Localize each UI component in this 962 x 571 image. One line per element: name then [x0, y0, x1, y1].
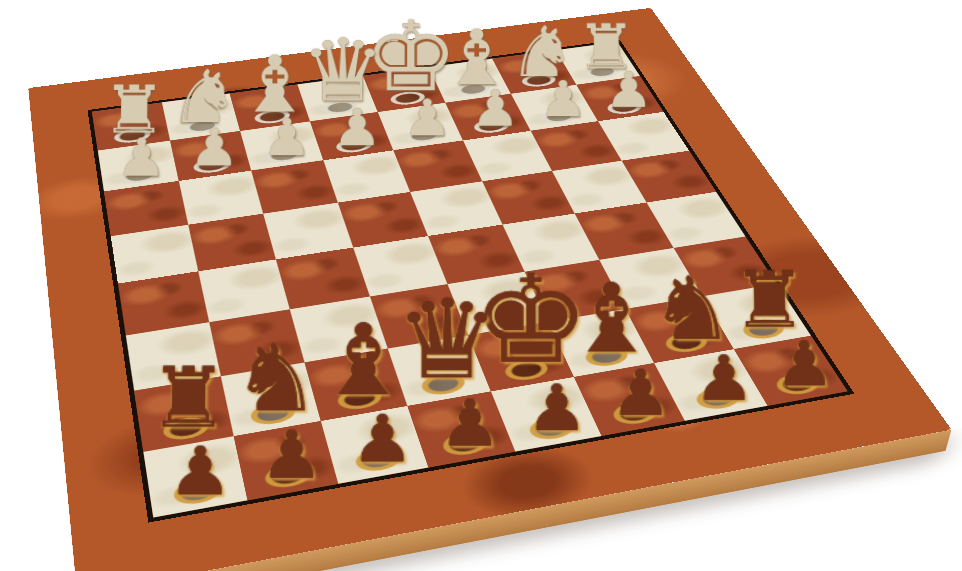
- square-b1: ♟: [233, 421, 338, 501]
- gold-rook-glyph: ♜: [732, 261, 808, 339]
- square-d1: ♟: [407, 391, 516, 468]
- silver-pawn-glyph: ♟: [261, 112, 311, 163]
- gold-pawn-glyph: ♟: [439, 391, 502, 456]
- gold-pawn-glyph: ♟: [774, 333, 835, 395]
- gold-pawn-glyph: ♟: [167, 438, 232, 505]
- square-a1: ♟: [143, 436, 246, 518]
- gold-bishop-glyph: ♝: [315, 311, 411, 410]
- board-frame-burl: ♜♞♝♛♚♝♞♜♟♟♟♟♟♟♟♟♜♞♝♛♚♝♞♜♟♟♟♟♟♟♟♟: [28, 8, 951, 571]
- square-c5: [263, 202, 353, 259]
- chess-board: ♜♞♝♛♚♝♞♜♟♟♟♟♟♟♟♟♜♞♝♛♚♝♞♜♟♟♟♟♟♟♟♟: [28, 8, 951, 571]
- silver-pawn-glyph: ♟: [189, 122, 240, 174]
- silver-pawn-glyph: ♟: [471, 83, 520, 133]
- silver-pawn-glyph: ♟: [333, 102, 383, 153]
- gold-pawn-glyph: ♟: [260, 422, 324, 488]
- board-squares: ♜♞♝♛♚♝♞♜♟♟♟♟♟♟♟♟♜♞♝♛♚♝♞♜♟♟♟♟♟♟♟♟: [88, 40, 855, 523]
- gold-knight-glyph: ♞: [649, 265, 735, 353]
- square-h4: [646, 192, 745, 248]
- gold-rook-glyph: ♜: [147, 356, 229, 440]
- square-c1: ♟: [321, 406, 428, 484]
- gold-pawn-glyph: ♟: [693, 347, 754, 410]
- gold-knight-glyph: ♞: [231, 332, 321, 424]
- square-c6: [251, 160, 337, 213]
- square-b7: ♟: [170, 131, 252, 181]
- silver-pawn-glyph: ♟: [115, 131, 166, 183]
- square-b6: [178, 171, 263, 225]
- gold-pawn-glyph: ♟: [526, 376, 588, 440]
- silver-pawn-glyph: ♟: [539, 74, 588, 124]
- square-a5: [111, 225, 198, 284]
- silver-pawn-glyph: ♟: [402, 93, 451, 143]
- product-photo-chess-set: ♜♞♝♛♚♝♞♜♟♟♟♟♟♟♟♟♜♞♝♛♚♝♞♜♟♟♟♟♟♟♟♟: [0, 0, 962, 571]
- silver-pawn-glyph: ♟: [605, 65, 653, 114]
- gold-pawn-glyph: ♟: [350, 406, 413, 472]
- gold-pawn-glyph: ♟: [610, 361, 672, 424]
